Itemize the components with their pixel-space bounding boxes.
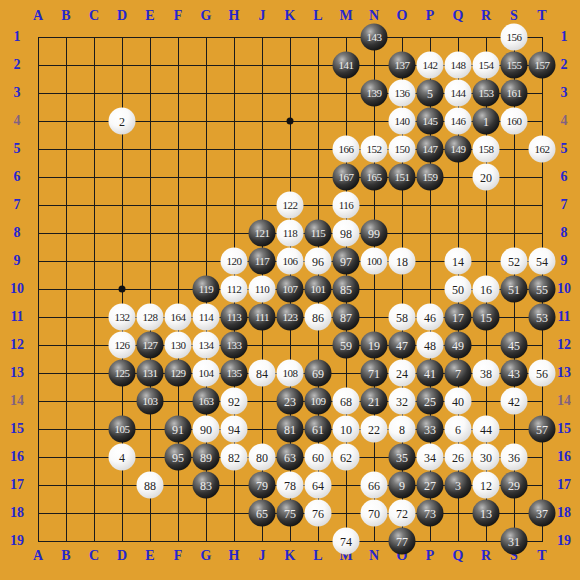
stone-move-number: 62 [340,451,352,463]
stone-move-number: 53 [536,311,548,323]
stone-move-number: 68 [340,395,352,407]
stone-move-number: 131 [143,368,158,379]
stone-move-number: 141 [339,60,354,71]
stone-move-number: 148 [451,60,466,71]
stone-black-129-F13: 129 [165,360,192,387]
star-point-D10 [119,286,126,293]
stone-white-94-H15: 94 [221,416,248,443]
stone-move-number: 20 [480,171,492,183]
col-label-top-C: C [89,9,99,23]
stone-black-119-G10: 119 [193,276,220,303]
stone-white-44-R15: 44 [473,416,500,443]
stone-move-number: 58 [396,311,408,323]
stone-white-70-N18: 70 [361,500,388,527]
stone-move-number: 159 [423,172,438,183]
stone-move-number: 114 [199,312,214,323]
stone-move-number: 32 [396,395,408,407]
stone-black-3-Q17: 3 [445,472,472,499]
stone-move-number: 8 [399,423,405,435]
stone-move-number: 87 [340,311,352,323]
stone-black-147-P5: 147 [417,136,444,163]
stone-white-88-E17: 88 [137,472,164,499]
stone-white-148-Q2: 148 [445,52,472,79]
stone-black-121-J8: 121 [249,220,276,247]
stone-black-125-D13: 125 [109,360,136,387]
col-label-bottom-A: A [33,549,43,563]
col-label-top-P: P [426,9,435,23]
stone-move-number: 19 [368,339,380,351]
stone-black-83-G17: 83 [193,472,220,499]
stone-move-number: 54 [536,255,548,267]
stone-move-number: 6 [455,423,461,435]
stone-move-number: 154 [479,60,494,71]
stone-move-number: 98 [340,227,352,239]
stone-move-number: 127 [143,340,158,351]
stone-move-number: 21 [368,395,380,407]
stone-white-42-S14: 42 [501,388,528,415]
stone-move-number: 70 [368,507,380,519]
stone-white-36-S16: 36 [501,444,528,471]
stone-move-number: 66 [368,479,380,491]
stone-move-number: 149 [451,144,466,155]
col-label-top-K: K [285,9,296,23]
stone-move-number: 63 [284,451,296,463]
stone-move-number: 36 [508,451,520,463]
stone-black-65-J18: 65 [249,500,276,527]
stone-white-144-Q3: 144 [445,80,472,107]
stone-black-113-H11: 113 [221,304,248,331]
stone-white-66-N17: 66 [361,472,388,499]
stone-white-100-N9: 100 [361,248,388,275]
stone-move-number: 134 [199,340,214,351]
stone-white-120-H9: 120 [221,248,248,275]
stone-black-79-J17: 79 [249,472,276,499]
star-point-K4 [287,118,294,125]
stone-white-128-E11: 128 [137,304,164,331]
stone-move-number: 99 [368,227,380,239]
row-label-left-5: 5 [14,142,21,156]
col-label-bottom-C: C [89,549,99,563]
stone-black-5-P3: 5 [417,80,444,107]
stone-white-34-P16: 34 [417,444,444,471]
stone-white-126-D12: 126 [109,332,136,359]
stone-move-number: 30 [480,451,492,463]
stone-move-number: 100 [367,256,382,267]
stone-move-number: 122 [283,200,298,211]
stone-black-91-F15: 91 [165,416,192,443]
stone-black-149-Q5: 149 [445,136,472,163]
stone-black-89-G16: 89 [193,444,220,471]
col-label-top-L: L [313,9,322,23]
go-board[interactable]: AABBCCDDEEFFGGHHJJKKLLMMNNOOPPQQRRSSTT11… [0,0,580,580]
row-label-right-11: 11 [557,310,570,324]
stone-move-number: 145 [423,116,438,127]
stone-white-140-O4: 140 [389,108,416,135]
stone-move-number: 49 [452,339,464,351]
row-label-right-19: 19 [557,534,571,548]
stone-move-number: 112 [227,284,242,295]
stone-white-80-J16: 80 [249,444,276,471]
stone-black-85-M10: 85 [333,276,360,303]
stone-white-114-G11: 114 [193,304,220,331]
stone-white-164-F11: 164 [165,304,192,331]
col-label-bottom-N: N [369,549,379,563]
row-label-left-3: 3 [14,86,21,100]
row-label-left-13: 13 [10,366,24,380]
stone-white-130-F12: 130 [165,332,192,359]
stone-move-number: 38 [480,367,492,379]
stone-move-number: 22 [368,423,380,435]
stone-black-123-K11: 123 [277,304,304,331]
stone-black-55-T10: 55 [529,276,556,303]
stone-move-number: 144 [451,88,466,99]
row-label-right-16: 16 [557,450,571,464]
stone-black-61-L15: 61 [305,416,332,443]
row-label-left-4: 4 [14,114,21,128]
col-label-top-J: J [259,9,266,23]
stone-white-78-K17: 78 [277,472,304,499]
col-label-top-N: N [369,9,379,23]
stone-white-152-N5: 152 [361,136,388,163]
stone-move-number: 167 [339,172,354,183]
stone-white-92-H14: 92 [221,388,248,415]
stone-move-number: 86 [312,311,324,323]
col-label-bottom-T: T [537,549,546,563]
stone-move-number: 130 [171,340,186,351]
stone-black-57-T15: 57 [529,416,556,443]
stone-move-number: 34 [424,451,436,463]
stone-move-number: 42 [508,395,520,407]
stone-white-48-P12: 48 [417,332,444,359]
stone-move-number: 9 [399,479,405,491]
stone-black-137-O2: 137 [389,52,416,79]
stone-white-64-L17: 64 [305,472,332,499]
stone-black-145-P4: 145 [417,108,444,135]
stone-white-150-O5: 150 [389,136,416,163]
col-label-bottom-K: K [285,549,296,563]
stone-move-number: 81 [284,423,296,435]
stone-white-82-H16: 82 [221,444,248,471]
stone-move-number: 163 [199,396,214,407]
stone-black-141-M2: 141 [333,52,360,79]
row-label-left-15: 15 [10,422,24,436]
stone-move-number: 83 [200,479,212,491]
stone-white-106-K9: 106 [277,248,304,275]
stone-black-71-N13: 71 [361,360,388,387]
stone-move-number: 156 [507,32,522,43]
stone-move-number: 121 [255,228,270,239]
stone-white-96-L9: 96 [305,248,332,275]
stone-white-14-Q9: 14 [445,248,472,275]
stone-move-number: 111 [255,312,269,323]
row-label-left-9: 9 [14,254,21,268]
stone-black-115-L8: 115 [305,220,332,247]
stone-white-2-D4: 2 [109,108,136,135]
stone-move-number: 82 [228,451,240,463]
stone-black-133-H12: 133 [221,332,248,359]
stone-black-7-Q13: 7 [445,360,472,387]
stone-white-166-M5: 166 [333,136,360,163]
col-label-top-D: D [117,9,127,23]
stone-move-number: 73 [424,507,436,519]
stone-black-29-S17: 29 [501,472,528,499]
stone-white-30-R16: 30 [473,444,500,471]
stone-move-number: 77 [396,535,408,547]
stone-move-number: 125 [115,368,130,379]
stone-move-number: 41 [424,367,436,379]
stone-white-26-Q16: 26 [445,444,472,471]
stone-move-number: 115 [311,228,326,239]
stone-white-18-O9: 18 [389,248,416,275]
row-label-left-14: 14 [10,394,24,408]
stone-white-146-Q4: 146 [445,108,472,135]
stone-black-77-O19: 77 [389,528,416,555]
stone-move-number: 135 [227,368,242,379]
stone-white-154-R2: 154 [473,52,500,79]
row-label-right-12: 12 [557,338,571,352]
stone-move-number: 106 [283,256,298,267]
row-label-right-3: 3 [561,86,568,100]
stone-move-number: 150 [395,144,410,155]
stone-move-number: 79 [256,479,268,491]
stone-move-number: 103 [143,396,158,407]
stone-black-167-M6: 167 [333,164,360,191]
stone-move-number: 44 [480,423,492,435]
stone-move-number: 12 [480,479,492,491]
row-label-left-17: 17 [10,478,24,492]
stone-white-158-R5: 158 [473,136,500,163]
stone-black-17-Q11: 17 [445,304,472,331]
stone-black-31-S19: 31 [501,528,528,555]
stone-black-97-M9: 97 [333,248,360,275]
row-label-right-4: 4 [561,114,568,128]
stone-move-number: 91 [172,423,184,435]
stone-move-number: 88 [144,479,156,491]
stone-white-108-K13: 108 [277,360,304,387]
col-label-top-F: F [174,9,183,23]
stone-move-number: 17 [452,311,464,323]
stone-move-number: 60 [312,451,324,463]
row-label-right-10: 10 [557,282,571,296]
stone-white-68-M14: 68 [333,388,360,415]
stone-white-58-O11: 58 [389,304,416,331]
stone-move-number: 16 [480,283,492,295]
col-label-top-Q: Q [453,9,464,23]
stone-move-number: 116 [339,200,354,211]
row-label-left-11: 11 [10,310,23,324]
row-label-left-1: 1 [14,30,21,44]
stone-move-number: 2 [119,115,125,127]
stone-move-number: 96 [312,255,324,267]
stone-move-number: 13 [480,507,492,519]
stone-black-163-G14: 163 [193,388,220,415]
row-label-right-18: 18 [557,506,571,520]
col-label-bottom-Q: Q [453,549,464,563]
stone-move-number: 50 [452,283,464,295]
stone-white-50-Q10: 50 [445,276,472,303]
stone-move-number: 5 [427,87,433,99]
stone-move-number: 59 [340,339,352,351]
stone-white-136-O3: 136 [389,80,416,107]
stone-white-40-Q14: 40 [445,388,472,415]
stone-move-number: 31 [508,535,520,547]
stone-white-32-O14: 32 [389,388,416,415]
stone-black-157-T2: 157 [529,52,556,79]
stone-move-number: 101 [311,284,326,295]
stone-white-8-O15: 8 [389,416,416,443]
stone-move-number: 47 [396,339,408,351]
stone-white-52-S9: 52 [501,248,528,275]
stone-black-49-Q12: 49 [445,332,472,359]
stone-move-number: 80 [256,451,268,463]
stone-black-131-E13: 131 [137,360,164,387]
col-label-top-M: M [339,9,352,23]
stone-white-76-L18: 76 [305,500,332,527]
stone-move-number: 128 [143,312,158,323]
row-label-right-8: 8 [561,226,568,240]
stone-move-number: 153 [479,88,494,99]
stone-move-number: 75 [284,507,296,519]
stone-black-13-R18: 13 [473,500,500,527]
stone-white-46-P11: 46 [417,304,444,331]
row-label-left-18: 18 [10,506,24,520]
row-label-right-6: 6 [561,170,568,184]
stone-move-number: 152 [367,144,382,155]
stone-move-number: 65 [256,507,268,519]
col-label-top-T: T [537,9,546,23]
col-label-bottom-R: R [481,549,491,563]
stone-black-127-E12: 127 [137,332,164,359]
stone-move-number: 120 [227,256,242,267]
stone-move-number: 140 [395,116,410,127]
stone-black-75-K18: 75 [277,500,304,527]
stone-move-number: 119 [199,284,214,295]
row-label-left-8: 8 [14,226,21,240]
stone-move-number: 129 [171,368,186,379]
stone-move-number: 118 [283,228,298,239]
stone-move-number: 136 [395,88,410,99]
row-label-right-17: 17 [557,478,571,492]
stone-white-10-M15: 10 [333,416,360,443]
stone-move-number: 143 [367,32,382,43]
stone-white-20-R6: 20 [473,164,500,191]
stone-move-number: 164 [171,312,186,323]
stone-white-142-P2: 142 [417,52,444,79]
col-label-top-B: B [61,9,70,23]
stone-black-21-N14: 21 [361,388,388,415]
stone-white-54-T9: 54 [529,248,556,275]
stone-move-number: 158 [479,144,494,155]
stone-move-number: 37 [536,507,548,519]
stone-move-number: 72 [396,507,408,519]
stone-move-number: 18 [396,255,408,267]
stone-move-number: 48 [424,339,436,351]
stone-move-number: 157 [535,60,550,71]
stone-move-number: 76 [312,507,324,519]
stone-move-number: 92 [228,395,240,407]
stone-black-101-L10: 101 [305,276,332,303]
stone-black-161-S3: 161 [501,80,528,107]
stone-move-number: 117 [255,256,270,267]
col-label-bottom-L: L [313,549,322,563]
stone-move-number: 160 [507,116,522,127]
row-label-right-7: 7 [561,198,568,212]
stone-black-143-N1: 143 [361,24,388,51]
stone-black-165-N6: 165 [361,164,388,191]
stone-move-number: 3 [455,479,461,491]
stone-white-156-S1: 156 [501,24,528,51]
stone-black-25-P14: 25 [417,388,444,415]
stone-black-41-P13: 41 [417,360,444,387]
stone-move-number: 35 [396,451,408,463]
stone-black-27-P17: 27 [417,472,444,499]
stone-black-59-M12: 59 [333,332,360,359]
col-label-bottom-J: J [259,549,266,563]
stone-move-number: 45 [508,339,520,351]
stone-move-number: 105 [115,424,130,435]
stone-white-160-S4: 160 [501,108,528,135]
stone-white-132-D11: 132 [109,304,136,331]
stone-black-95-F16: 95 [165,444,192,471]
stone-black-23-K14: 23 [277,388,304,415]
stone-white-12-R17: 12 [473,472,500,499]
stone-move-number: 161 [507,88,522,99]
stone-black-139-N3: 139 [361,80,388,107]
stone-move-number: 1 [483,115,489,127]
stone-move-number: 123 [283,312,298,323]
col-label-top-S: S [510,9,518,23]
stone-move-number: 64 [312,479,324,491]
stone-white-38-R13: 38 [473,360,500,387]
stone-white-162-T5: 162 [529,136,556,163]
stone-move-number: 165 [367,172,382,183]
stone-move-number: 85 [340,283,352,295]
stone-white-98-M8: 98 [333,220,360,247]
row-label-right-2: 2 [561,58,568,72]
stone-white-6-Q15: 6 [445,416,472,443]
col-label-bottom-P: P [426,549,435,563]
stone-white-116-M7: 116 [333,192,360,219]
stone-black-153-R3: 153 [473,80,500,107]
stone-black-155-S2: 155 [501,52,528,79]
col-label-top-O: O [397,9,408,23]
stone-black-19-N12: 19 [361,332,388,359]
row-label-right-13: 13 [557,366,571,380]
stone-black-45-S12: 45 [501,332,528,359]
stone-move-number: 23 [284,395,296,407]
stone-move-number: 94 [228,423,240,435]
stone-black-151-O6: 151 [389,164,416,191]
col-label-bottom-B: B [61,549,70,563]
stone-white-56-T13: 56 [529,360,556,387]
row-label-left-7: 7 [14,198,21,212]
stone-move-number: 10 [340,423,352,435]
stone-move-number: 139 [367,88,382,99]
stone-black-111-J11: 111 [249,304,276,331]
stone-move-number: 97 [340,255,352,267]
stone-black-81-K15: 81 [277,416,304,443]
row-label-left-10: 10 [10,282,24,296]
stone-black-15-R11: 15 [473,304,500,331]
stone-move-number: 43 [508,367,520,379]
stone-move-number: 137 [395,60,410,71]
stone-move-number: 107 [283,284,298,295]
stone-black-53-T11: 53 [529,304,556,331]
stone-white-86-L11: 86 [305,304,332,331]
stone-white-90-G15: 90 [193,416,220,443]
stone-white-134-G12: 134 [193,332,220,359]
col-label-bottom-F: F [174,549,183,563]
